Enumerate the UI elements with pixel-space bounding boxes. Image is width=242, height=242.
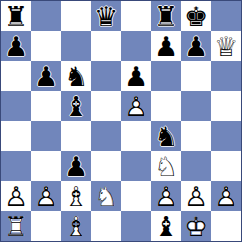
square-g6[interactable] [181,61,211,91]
square-b2[interactable]: ♟♙ [31,181,61,211]
square-d5[interactable] [91,91,121,121]
square-b7[interactable] [31,31,61,61]
black-knight[interactable]: ♞ [61,61,91,91]
square-a2[interactable]: ♟♙ [1,181,31,211]
white-bishop[interactable]: ♗ [61,211,91,241]
square-a6[interactable] [1,61,31,91]
square-a8[interactable]: ♜ [1,1,31,31]
square-h6[interactable] [211,61,241,91]
square-g8[interactable]: ♚ [181,1,211,31]
square-e6[interactable]: ♟ [121,61,151,91]
square-h5[interactable] [211,91,241,121]
square-h7[interactable]: ♛♕ [211,31,241,61]
square-g2[interactable]: ♟♙ [181,181,211,211]
square-e7[interactable] [121,31,151,61]
square-c8[interactable] [61,1,91,31]
square-e3[interactable] [121,151,151,181]
white-pawn[interactable]: ♙ [151,181,181,211]
square-f8[interactable]: ♜ [151,1,181,31]
black-pawn[interactable]: ♟ [121,61,151,91]
square-f2[interactable]: ♟♙ [151,181,181,211]
white-pawn[interactable]: ♙ [121,91,151,121]
black-pawn[interactable]: ♟ [151,31,181,61]
square-b4[interactable] [31,121,61,151]
square-b8[interactable] [31,1,61,31]
square-d7[interactable] [91,31,121,61]
square-h3[interactable] [211,151,241,181]
square-b6[interactable]: ♟ [31,61,61,91]
black-pawn[interactable]: ♟ [181,31,211,61]
square-f6[interactable] [151,61,181,91]
square-c6[interactable]: ♞ [61,61,91,91]
square-a3[interactable] [1,151,31,181]
square-c3[interactable]: ♟ [61,151,91,181]
square-f7[interactable]: ♟ [151,31,181,61]
square-g1[interactable]: ♚♔ [181,211,211,241]
black-pawn[interactable]: ♟ [61,151,91,181]
square-f3[interactable]: ♞♘ [151,151,181,181]
white-pawn[interactable]: ♙ [1,181,31,211]
square-c5[interactable]: ♝ [61,91,91,121]
black-knight[interactable]: ♞ [151,121,181,151]
black-bishop[interactable]: ♝ [151,211,181,241]
white-rook[interactable]: ♖ [1,211,31,241]
square-e5[interactable]: ♟♙ [121,91,151,121]
square-a4[interactable] [1,121,31,151]
black-pawn[interactable]: ♟ [31,61,61,91]
square-e4[interactable] [121,121,151,151]
white-pawn[interactable]: ♙ [211,181,241,211]
square-d6[interactable] [91,61,121,91]
white-pawn[interactable]: ♙ [31,181,61,211]
square-d3[interactable] [91,151,121,181]
square-g5[interactable] [181,91,211,121]
square-g3[interactable] [181,151,211,181]
square-c7[interactable] [61,31,91,61]
square-f5[interactable] [151,91,181,121]
black-pawn[interactable]: ♟ [1,31,31,61]
square-f4[interactable]: ♞ [151,121,181,151]
square-e2[interactable] [121,181,151,211]
square-h2[interactable]: ♟♙ [211,181,241,211]
black-rook[interactable]: ♜ [1,1,31,31]
square-d4[interactable] [91,121,121,151]
square-a1[interactable]: ♜♖ [1,211,31,241]
square-h4[interactable] [211,121,241,151]
square-c2[interactable]: ♝♗ [61,181,91,211]
square-c4[interactable] [61,121,91,151]
black-rook[interactable]: ♜ [151,1,181,31]
square-d8[interactable]: ♛ [91,1,121,31]
white-queen[interactable]: ♕ [211,31,241,61]
square-b1[interactable] [31,211,61,241]
square-d2[interactable]: ♞♘ [91,181,121,211]
square-a7[interactable]: ♟ [1,31,31,61]
square-b3[interactable] [31,151,61,181]
black-king[interactable]: ♚ [181,1,211,31]
square-b5[interactable] [31,91,61,121]
black-bishop[interactable]: ♝ [61,91,91,121]
white-knight[interactable]: ♘ [151,151,181,181]
square-g4[interactable] [181,121,211,151]
square-a5[interactable] [1,91,31,121]
white-pawn[interactable]: ♙ [181,181,211,211]
square-h8[interactable] [211,1,241,31]
square-c1[interactable]: ♝♗ [61,211,91,241]
square-g7[interactable]: ♟ [181,31,211,61]
chess-board: ♜♛♜♚♟♟♟♛♕♟♞♟♝♟♙♞♟♞♘♟♙♟♙♝♗♞♘♟♙♟♙♟♙♜♖♝♗♝♚♔ [0,0,242,242]
black-queen[interactable]: ♛ [91,1,121,31]
square-e1[interactable] [121,211,151,241]
square-e8[interactable] [121,1,151,31]
square-h1[interactable] [211,211,241,241]
white-king[interactable]: ♔ [181,211,211,241]
white-knight[interactable]: ♘ [91,181,121,211]
square-d1[interactable] [91,211,121,241]
square-f1[interactable]: ♝ [151,211,181,241]
white-bishop[interactable]: ♗ [61,181,91,211]
